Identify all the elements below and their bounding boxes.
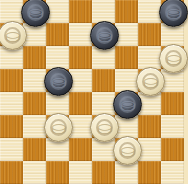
square-h2[interactable] <box>161 138 184 161</box>
white-man-glyph: ⛀ <box>166 50 181 68</box>
black-man-glyph: ⛂ <box>28 4 43 22</box>
white-man-glyph: ⛀ <box>5 27 20 45</box>
square-h1 <box>161 161 184 184</box>
square-e8 <box>92 0 115 23</box>
square-f5 <box>115 69 138 92</box>
black-man-glyph: ⛂ <box>97 27 112 45</box>
square-d4[interactable] <box>69 92 92 115</box>
square-a2 <box>0 138 23 161</box>
square-e4 <box>92 92 115 115</box>
square-f4[interactable]: ⛂ <box>115 92 138 115</box>
square-a8 <box>0 0 23 23</box>
square-b1 <box>23 161 46 184</box>
square-g6 <box>138 46 161 69</box>
square-h4[interactable] <box>161 92 184 115</box>
square-g8 <box>138 0 161 23</box>
piece-white-man[interactable]: ⛀ <box>113 136 142 165</box>
square-a7[interactable]: ⛀ <box>0 23 23 46</box>
square-f2[interactable]: ⛀ <box>115 138 138 161</box>
square-g1[interactable] <box>138 161 161 184</box>
square-h6[interactable]: ⛀ <box>161 46 184 69</box>
square-e5[interactable] <box>92 69 115 92</box>
square-a4 <box>0 92 23 115</box>
square-a5[interactable] <box>0 69 23 92</box>
piece-white-man[interactable]: ⛀ <box>90 113 119 142</box>
square-f8[interactable] <box>115 0 138 23</box>
square-a1[interactable] <box>0 161 23 184</box>
square-c3[interactable]: ⛀ <box>46 115 69 138</box>
square-h8[interactable]: ⛂ <box>161 0 184 23</box>
square-e7[interactable]: ⛂ <box>92 23 115 46</box>
piece-white-man[interactable]: ⛀ <box>44 113 73 142</box>
square-d7 <box>69 23 92 46</box>
square-b3 <box>23 115 46 138</box>
square-c7[interactable] <box>46 23 69 46</box>
square-c1[interactable] <box>46 161 69 184</box>
square-d1 <box>69 161 92 184</box>
checkers-board: ⛂⛂⛀⛂⛀⛂⛀⛂⛀⛀⛀ <box>0 0 184 184</box>
square-d8[interactable] <box>69 0 92 23</box>
piece-white-man[interactable]: ⛀ <box>159 44 188 73</box>
piece-black-man[interactable]: ⛂ <box>113 90 142 119</box>
black-man-glyph: ⛂ <box>166 4 181 22</box>
square-e1[interactable] <box>92 161 115 184</box>
piece-white-man[interactable]: ⛀ <box>136 67 165 96</box>
black-man-glyph: ⛂ <box>51 73 66 91</box>
square-a3[interactable] <box>0 115 23 138</box>
square-g3[interactable] <box>138 115 161 138</box>
square-b5 <box>23 69 46 92</box>
square-b2[interactable] <box>23 138 46 161</box>
square-c5[interactable]: ⛂ <box>46 69 69 92</box>
square-f6[interactable] <box>115 46 138 69</box>
square-g7[interactable] <box>138 23 161 46</box>
square-d6[interactable] <box>69 46 92 69</box>
white-man-glyph: ⛀ <box>120 142 135 160</box>
square-g5[interactable]: ⛀ <box>138 69 161 92</box>
square-b8[interactable]: ⛂ <box>23 0 46 23</box>
black-man-glyph: ⛂ <box>120 96 135 114</box>
square-e3[interactable]: ⛀ <box>92 115 115 138</box>
white-man-glyph: ⛀ <box>51 119 66 137</box>
square-c6 <box>46 46 69 69</box>
square-d2[interactable] <box>69 138 92 161</box>
square-h3 <box>161 115 184 138</box>
white-man-glyph: ⛀ <box>143 73 158 91</box>
piece-black-man[interactable]: ⛂ <box>44 67 73 96</box>
square-b6[interactable] <box>23 46 46 69</box>
white-man-glyph: ⛀ <box>97 119 112 137</box>
piece-black-man[interactable]: ⛂ <box>90 21 119 50</box>
square-b4[interactable] <box>23 92 46 115</box>
